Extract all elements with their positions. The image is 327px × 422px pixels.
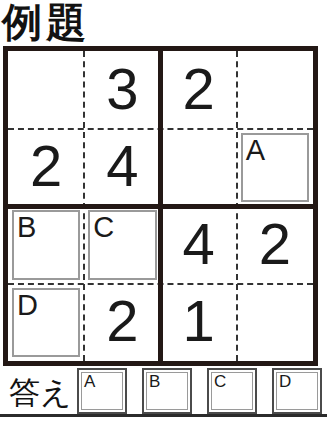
given-digit: 3 — [106, 60, 138, 120]
given-digit: 4 — [106, 137, 138, 197]
cell-r3c1: B — [8, 206, 84, 284]
answer-box-A[interactable]: A — [77, 368, 127, 414]
letter-box-C[interactable]: C — [88, 210, 156, 280]
page-title: 例題 — [2, 2, 90, 42]
letter-box-A[interactable]: A — [241, 133, 309, 203]
cell-r2c1: 2 — [8, 129, 84, 207]
bottom-divider-rule — [0, 414, 327, 417]
letter-box-B[interactable]: B — [12, 210, 80, 280]
letter-box-label: C — [93, 212, 114, 242]
given-digit: 2 — [259, 215, 291, 275]
answer-box-C[interactable]: C — [207, 368, 257, 414]
given-digit: 1 — [182, 292, 214, 352]
letter-box-D[interactable]: D — [12, 288, 80, 358]
answer-box-value — [82, 373, 122, 409]
letter-box-label: B — [17, 212, 36, 242]
cell-r2c3 — [161, 129, 237, 207]
given-digit: 2 — [182, 60, 214, 120]
board-interior: 3 2 2 4 A B — [8, 51, 313, 361]
cell-r1c2: 3 — [84, 51, 160, 129]
letter-box-label: A — [246, 135, 265, 165]
answer-box-value — [277, 373, 317, 409]
cell-r3c4: 2 — [237, 206, 313, 284]
answer-box-value — [212, 373, 252, 409]
cell-r4c3: 1 — [161, 284, 237, 362]
answer-box-D-inner[interactable]: D — [276, 372, 318, 410]
answer-box-D[interactable]: D — [272, 368, 322, 414]
worksheet-page: 例題 3 2 2 4 A — [0, 0, 327, 422]
cell-r3c2: C — [84, 206, 160, 284]
cell-r2c2: 4 — [84, 129, 160, 207]
cell-r4c2: 2 — [84, 284, 160, 362]
cell-r1c4 — [237, 51, 313, 129]
answer-box-A-inner[interactable]: A — [81, 372, 123, 410]
answer-box-B[interactable]: B — [142, 368, 192, 414]
answer-box-B-inner[interactable]: B — [146, 372, 188, 410]
cell-r2c4: A — [237, 129, 313, 207]
cell-grid: 3 2 2 4 A B — [8, 51, 313, 361]
sudoku-board: 3 2 2 4 A B — [3, 46, 318, 366]
letter-box-label: D — [17, 290, 38, 320]
answer-box-C-inner[interactable]: C — [211, 372, 253, 410]
cell-r1c1 — [8, 51, 84, 129]
cell-r3c3: 4 — [161, 206, 237, 284]
cell-r4c1: D — [8, 284, 84, 362]
given-digit: 2 — [30, 137, 62, 197]
cell-r1c3: 2 — [161, 51, 237, 129]
given-digit: 2 — [106, 292, 138, 352]
answer-label: 答え — [9, 376, 72, 410]
answer-box-value — [147, 373, 187, 409]
cell-r4c4 — [237, 284, 313, 362]
given-digit: 4 — [182, 215, 214, 275]
